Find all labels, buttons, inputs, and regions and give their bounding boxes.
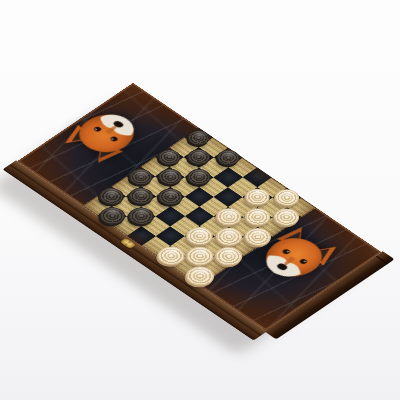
photo-background <box>0 0 400 400</box>
case-seam-line <box>375 255 388 264</box>
square-r7c7 <box>186 266 215 286</box>
fox-painting-left <box>50 98 159 172</box>
fox-icon <box>50 98 159 172</box>
game-case <box>17 83 381 330</box>
